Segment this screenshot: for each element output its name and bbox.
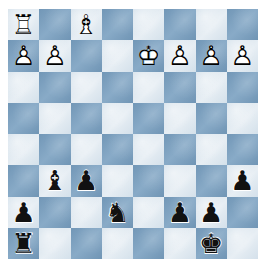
white-rook-piece[interactable]: ♜♖ bbox=[8, 9, 39, 40]
square-e3[interactable] bbox=[133, 165, 164, 196]
white-pawn-piece[interactable]: ♟♙ bbox=[196, 40, 227, 71]
black-pawn-icon: ♟ bbox=[230, 167, 254, 194]
square-a6[interactable] bbox=[8, 72, 39, 103]
black-king-icon: ♚ bbox=[199, 230, 223, 257]
square-h2[interactable] bbox=[227, 197, 258, 228]
black-pawn-icon: ♟ bbox=[199, 199, 223, 226]
black-bishop-icon: ♝ bbox=[43, 167, 67, 194]
square-b4[interactable] bbox=[39, 134, 70, 165]
white-pawn-piece[interactable]: ♟♙ bbox=[227, 40, 258, 71]
white-king-icon: ♔ bbox=[137, 42, 161, 69]
white-pawn-icon: ♙ bbox=[199, 42, 223, 69]
square-c3[interactable]: ♟♟ bbox=[71, 165, 102, 196]
square-f8[interactable] bbox=[164, 9, 195, 40]
white-rook-icon: ♖ bbox=[12, 11, 36, 38]
square-e6[interactable] bbox=[133, 72, 164, 103]
square-c6[interactable] bbox=[71, 72, 102, 103]
black-pawn-icon: ♟ bbox=[12, 199, 36, 226]
square-f7[interactable]: ♟♙ bbox=[164, 40, 195, 71]
black-pawn-piece[interactable]: ♟♟ bbox=[71, 165, 102, 196]
white-pawn-icon: ♙ bbox=[43, 42, 67, 69]
square-e7[interactable]: ♚♔ bbox=[133, 40, 164, 71]
square-d5[interactable] bbox=[102, 103, 133, 134]
square-a2[interactable]: ♟♟ bbox=[8, 197, 39, 228]
square-b2[interactable] bbox=[39, 197, 70, 228]
square-b7[interactable]: ♟♙ bbox=[39, 40, 70, 71]
white-pawn-icon: ♙ bbox=[168, 42, 192, 69]
square-g8[interactable] bbox=[196, 9, 227, 40]
black-pawn-piece[interactable]: ♟♟ bbox=[196, 197, 227, 228]
black-pawn-icon: ♟ bbox=[74, 167, 98, 194]
square-f3[interactable] bbox=[164, 165, 195, 196]
square-g5[interactable] bbox=[196, 103, 227, 134]
square-d8[interactable] bbox=[102, 9, 133, 40]
chess-diagram-page: ♜♖♝♗♟♙♟♙♚♔♟♙♟♙♟♙♝♝♟♟♟♟♟♟♞♞♟♟♟♟♜♜♚♚ bbox=[0, 0, 264, 263]
square-c1[interactable] bbox=[71, 228, 102, 259]
black-king-piece[interactable]: ♚♚ bbox=[196, 228, 227, 259]
black-knight-icon: ♞ bbox=[105, 199, 129, 226]
square-d1[interactable] bbox=[102, 228, 133, 259]
white-pawn-piece[interactable]: ♟♙ bbox=[39, 40, 70, 71]
square-b1[interactable] bbox=[39, 228, 70, 259]
square-h5[interactable] bbox=[227, 103, 258, 134]
square-a8[interactable]: ♜♖ bbox=[8, 9, 39, 40]
square-g2[interactable]: ♟♟ bbox=[196, 197, 227, 228]
square-d2[interactable]: ♞♞ bbox=[102, 197, 133, 228]
square-d7[interactable] bbox=[102, 40, 133, 71]
square-e1[interactable] bbox=[133, 228, 164, 259]
square-g4[interactable] bbox=[196, 134, 227, 165]
white-pawn-piece[interactable]: ♟♙ bbox=[164, 40, 195, 71]
white-pawn-piece[interactable]: ♟♙ bbox=[8, 40, 39, 71]
white-pawn-icon: ♙ bbox=[12, 42, 36, 69]
white-pawn-icon: ♙ bbox=[230, 42, 254, 69]
black-pawn-piece[interactable]: ♟♟ bbox=[8, 197, 39, 228]
square-a5[interactable] bbox=[8, 103, 39, 134]
square-c7[interactable] bbox=[71, 40, 102, 71]
square-a4[interactable] bbox=[8, 134, 39, 165]
square-a3[interactable] bbox=[8, 165, 39, 196]
square-f6[interactable] bbox=[164, 72, 195, 103]
square-b5[interactable] bbox=[39, 103, 70, 134]
square-g1[interactable]: ♚♚ bbox=[196, 228, 227, 259]
square-c4[interactable] bbox=[71, 134, 102, 165]
black-pawn-piece[interactable]: ♟♟ bbox=[164, 197, 195, 228]
square-f2[interactable]: ♟♟ bbox=[164, 197, 195, 228]
square-g6[interactable] bbox=[196, 72, 227, 103]
square-f4[interactable] bbox=[164, 134, 195, 165]
square-d6[interactable] bbox=[102, 72, 133, 103]
black-knight-piece[interactable]: ♞♞ bbox=[102, 197, 133, 228]
square-b6[interactable] bbox=[39, 72, 70, 103]
square-e2[interactable] bbox=[133, 197, 164, 228]
square-h3[interactable]: ♟♟ bbox=[227, 165, 258, 196]
square-c5[interactable] bbox=[71, 103, 102, 134]
black-pawn-icon: ♟ bbox=[168, 199, 192, 226]
square-h8[interactable] bbox=[227, 9, 258, 40]
square-e5[interactable] bbox=[133, 103, 164, 134]
white-king-piece[interactable]: ♚♔ bbox=[133, 40, 164, 71]
white-bishop-piece[interactable]: ♝♗ bbox=[71, 9, 102, 40]
square-c8[interactable]: ♝♗ bbox=[71, 9, 102, 40]
square-g3[interactable] bbox=[196, 165, 227, 196]
square-d4[interactable] bbox=[102, 134, 133, 165]
square-e8[interactable] bbox=[133, 9, 164, 40]
square-a7[interactable]: ♟♙ bbox=[8, 40, 39, 71]
square-g7[interactable]: ♟♙ bbox=[196, 40, 227, 71]
square-b3[interactable]: ♝♝ bbox=[39, 165, 70, 196]
square-d3[interactable] bbox=[102, 165, 133, 196]
chess-board: ♜♖♝♗♟♙♟♙♚♔♟♙♟♙♟♙♝♝♟♟♟♟♟♟♞♞♟♟♟♟♜♜♚♚ bbox=[8, 9, 258, 259]
square-h6[interactable] bbox=[227, 72, 258, 103]
black-pawn-piece[interactable]: ♟♟ bbox=[227, 165, 258, 196]
white-bishop-icon: ♗ bbox=[74, 11, 98, 38]
square-f1[interactable] bbox=[164, 228, 195, 259]
square-a1[interactable]: ♜♜ bbox=[8, 228, 39, 259]
black-bishop-piece[interactable]: ♝♝ bbox=[39, 165, 70, 196]
square-h7[interactable]: ♟♙ bbox=[227, 40, 258, 71]
square-h4[interactable] bbox=[227, 134, 258, 165]
square-h1[interactable] bbox=[227, 228, 258, 259]
square-e4[interactable] bbox=[133, 134, 164, 165]
square-c2[interactable] bbox=[71, 197, 102, 228]
black-rook-icon: ♜ bbox=[12, 230, 36, 257]
black-rook-piece[interactable]: ♜♜ bbox=[8, 228, 39, 259]
square-b8[interactable] bbox=[39, 9, 70, 40]
square-f5[interactable] bbox=[164, 103, 195, 134]
